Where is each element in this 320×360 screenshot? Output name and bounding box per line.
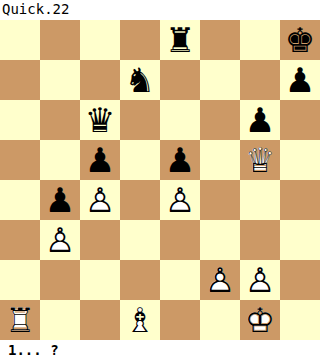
square-h8[interactable]: ♚: [280, 20, 320, 60]
white-pawn-piece[interactable]: ♙: [80, 180, 120, 220]
square-d8[interactable]: [120, 20, 160, 60]
square-b6[interactable]: [40, 100, 80, 140]
square-f2[interactable]: ♟♙: [200, 260, 240, 300]
square-a2[interactable]: [0, 260, 40, 300]
square-f4[interactable]: [200, 180, 240, 220]
square-g8[interactable]: [240, 20, 280, 60]
square-h3[interactable]: [280, 220, 320, 260]
square-d1[interactable]: ♝♗: [120, 300, 160, 340]
square-a8[interactable]: [0, 20, 40, 60]
black-pawn-piece[interactable]: ♟: [240, 100, 280, 140]
status-bar: 1... ?: [0, 340, 320, 360]
square-d6[interactable]: [120, 100, 160, 140]
move-prompt: 1... ?: [8, 342, 59, 358]
square-g2[interactable]: ♟♙: [240, 260, 280, 300]
square-c4[interactable]: ♟♙: [80, 180, 120, 220]
square-e4[interactable]: ♟♙: [160, 180, 200, 220]
square-a4[interactable]: [0, 180, 40, 220]
square-g1[interactable]: ♚♔: [240, 300, 280, 340]
square-b7[interactable]: [40, 60, 80, 100]
square-e2[interactable]: [160, 260, 200, 300]
square-a1[interactable]: ♜♖: [0, 300, 40, 340]
black-king-piece[interactable]: ♚: [280, 20, 320, 60]
square-a7[interactable]: [0, 60, 40, 100]
square-b2[interactable]: [40, 260, 80, 300]
white-queen-piece[interactable]: ♕: [240, 140, 280, 180]
square-e3[interactable]: [160, 220, 200, 260]
square-d3[interactable]: [120, 220, 160, 260]
square-h4[interactable]: [280, 180, 320, 220]
black-pawn-piece[interactable]: ♟: [280, 60, 320, 100]
white-pawn-piece[interactable]: ♙: [160, 180, 200, 220]
square-c2[interactable]: [80, 260, 120, 300]
square-h7[interactable]: ♟: [280, 60, 320, 100]
square-d7[interactable]: ♞: [120, 60, 160, 100]
square-a3[interactable]: [0, 220, 40, 260]
black-knight-piece[interactable]: ♞: [120, 60, 160, 100]
white-pawn-piece[interactable]: ♙: [40, 220, 80, 260]
square-e8[interactable]: ♜: [160, 20, 200, 60]
square-b4[interactable]: ♟: [40, 180, 80, 220]
square-g3[interactable]: [240, 220, 280, 260]
square-f3[interactable]: [200, 220, 240, 260]
square-c3[interactable]: [80, 220, 120, 260]
white-king-piece[interactable]: ♔: [240, 300, 280, 340]
square-b1[interactable]: [40, 300, 80, 340]
square-e5[interactable]: ♟: [160, 140, 200, 180]
square-f7[interactable]: [200, 60, 240, 100]
black-queen-piece[interactable]: ♛: [80, 100, 120, 140]
white-pawn-piece[interactable]: ♙: [200, 260, 240, 300]
square-g4[interactable]: [240, 180, 280, 220]
puzzle-title: Quick.22: [2, 1, 69, 17]
square-c8[interactable]: [80, 20, 120, 60]
black-pawn-piece[interactable]: ♟: [80, 140, 120, 180]
square-e1[interactable]: [160, 300, 200, 340]
square-c7[interactable]: [80, 60, 120, 100]
square-d2[interactable]: [120, 260, 160, 300]
black-rook-piece[interactable]: ♜: [160, 20, 200, 60]
square-d5[interactable]: [120, 140, 160, 180]
square-f8[interactable]: [200, 20, 240, 60]
window-title: Quick.22: [0, 0, 320, 20]
square-c1[interactable]: [80, 300, 120, 340]
square-b3[interactable]: ♟♙: [40, 220, 80, 260]
square-b5[interactable]: [40, 140, 80, 180]
square-g5[interactable]: ♛♕: [240, 140, 280, 180]
chess-board: ♜♚♞♟♛♟♟♟♛♕♟♟♙♟♙♟♙♟♙♟♙♜♖♝♗♚♔: [0, 20, 320, 340]
black-pawn-piece[interactable]: ♟: [160, 140, 200, 180]
square-f1[interactable]: [200, 300, 240, 340]
square-a5[interactable]: [0, 140, 40, 180]
square-c5[interactable]: ♟: [80, 140, 120, 180]
square-h2[interactable]: [280, 260, 320, 300]
square-f5[interactable]: [200, 140, 240, 180]
square-e6[interactable]: [160, 100, 200, 140]
square-e7[interactable]: [160, 60, 200, 100]
square-f6[interactable]: [200, 100, 240, 140]
square-g7[interactable]: [240, 60, 280, 100]
square-b8[interactable]: [40, 20, 80, 60]
square-h1[interactable]: [280, 300, 320, 340]
white-bishop-piece[interactable]: ♗: [120, 300, 160, 340]
black-pawn-piece[interactable]: ♟: [40, 180, 80, 220]
square-c6[interactable]: ♛: [80, 100, 120, 140]
square-h6[interactable]: [280, 100, 320, 140]
square-a6[interactable]: [0, 100, 40, 140]
white-rook-piece[interactable]: ♖: [0, 300, 40, 340]
square-g6[interactable]: ♟: [240, 100, 280, 140]
square-d4[interactable]: [120, 180, 160, 220]
white-pawn-piece[interactable]: ♙: [240, 260, 280, 300]
square-h5[interactable]: [280, 140, 320, 180]
